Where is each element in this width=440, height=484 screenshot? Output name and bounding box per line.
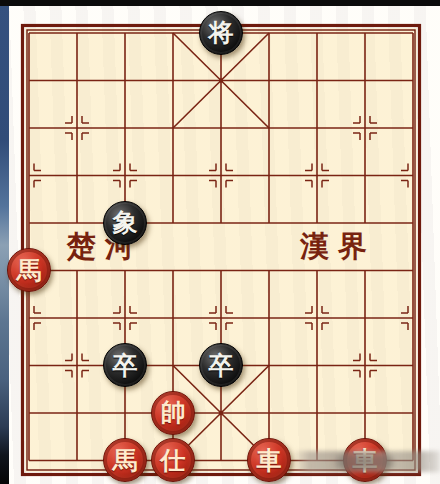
piece-red-horse[interactable]: 馬	[7, 248, 51, 292]
piece-black-elephant[interactable]: 象	[103, 201, 147, 245]
xiangqi-board[interactable]: 将象卒卒馬帥馬仕車車	[5, 9, 437, 484]
piece-black-soldier[interactable]: 卒	[199, 343, 243, 387]
game-screen: 楚河 漢界 将象卒卒馬帥馬仕車車	[0, 0, 440, 484]
piece-red-chariot[interactable]: 車	[343, 438, 387, 482]
piece-red-chariot[interactable]: 車	[247, 438, 291, 482]
piece-red-horse[interactable]: 馬	[103, 438, 147, 482]
piece-red-general[interactable]: 帥	[151, 391, 195, 435]
piece-black-soldier[interactable]: 卒	[103, 343, 147, 387]
piece-red-advisor[interactable]: 仕	[151, 438, 195, 482]
piece-black-general[interactable]: 将	[199, 11, 243, 55]
